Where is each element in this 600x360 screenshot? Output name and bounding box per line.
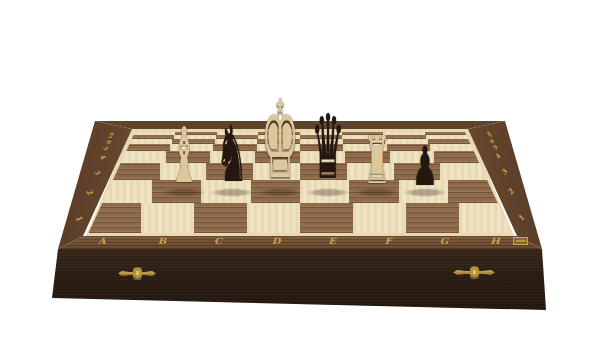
file-label-d: D	[272, 237, 281, 246]
board-rank-2	[102, 180, 497, 203]
square-a5	[126, 144, 169, 151]
square-h8	[425, 132, 467, 135]
board-rank-4	[121, 151, 480, 163]
square-g3	[394, 163, 441, 180]
square-f1	[353, 203, 406, 233]
brand-plaque	[513, 237, 528, 245]
board-rank-6	[130, 139, 471, 144]
square-g7	[384, 135, 426, 139]
square-c3	[206, 163, 253, 180]
square-c1	[194, 203, 247, 233]
square-h1	[459, 203, 512, 233]
square-d8	[258, 132, 300, 135]
square-f4	[345, 151, 390, 163]
square-h6	[428, 139, 471, 144]
square-b5	[170, 144, 213, 151]
board-rank-1	[89, 203, 512, 233]
file-label-e: E	[328, 237, 336, 246]
square-d4	[255, 151, 300, 163]
file-label-c: C	[214, 237, 222, 246]
square-d2	[251, 180, 300, 203]
square-e6	[300, 139, 343, 144]
square-e8	[300, 132, 342, 135]
file-label-h: H	[490, 237, 499, 246]
board-rank-7	[132, 135, 468, 139]
brass-clasp-icon	[118, 266, 156, 281]
square-b4	[166, 151, 211, 163]
square-g1	[406, 203, 459, 233]
square-h5	[430, 144, 473, 151]
square-g4	[390, 151, 435, 163]
square-b8	[175, 132, 217, 135]
square-d5	[257, 144, 300, 151]
square-e3	[300, 163, 347, 180]
square-e7	[300, 135, 342, 139]
square-c6	[215, 139, 258, 144]
square-b1	[141, 203, 194, 233]
square-g2	[399, 180, 448, 203]
square-g6	[385, 139, 428, 144]
square-g8	[383, 132, 425, 135]
file-label-a: A	[98, 237, 106, 246]
square-b7	[174, 135, 216, 139]
board-rank-3	[113, 163, 487, 180]
square-b6	[172, 139, 215, 144]
square-c4	[210, 151, 255, 163]
square-e5	[300, 144, 343, 151]
square-f8	[342, 132, 384, 135]
board-frame-back	[95, 121, 505, 129]
file-label-f: F	[384, 237, 391, 246]
square-c7	[216, 135, 258, 139]
square-e1	[300, 203, 353, 233]
square-c5	[213, 144, 256, 151]
file-label-g: G	[440, 237, 449, 246]
square-h7	[426, 135, 468, 139]
square-f3	[347, 163, 394, 180]
square-h3	[440, 163, 487, 180]
square-a4	[121, 151, 166, 163]
chess-set-photo: ABCDEFGH1122334455667788 ♝♞♚♛♜♟	[0, 0, 600, 360]
square-e2	[300, 180, 349, 203]
square-f7	[342, 135, 384, 139]
square-a2	[102, 180, 151, 203]
square-b2	[152, 180, 201, 203]
square-f2	[349, 180, 398, 203]
square-f6	[343, 139, 386, 144]
square-a3	[113, 163, 160, 180]
square-e4	[300, 151, 345, 163]
brass-clasp-icon	[453, 265, 495, 280]
square-d6	[257, 139, 300, 144]
square-c2	[201, 180, 250, 203]
square-d7	[258, 135, 300, 139]
square-b3	[160, 163, 207, 180]
square-c8	[217, 132, 259, 135]
square-a1	[89, 203, 142, 233]
square-a6	[130, 139, 173, 144]
square-h4	[434, 151, 479, 163]
square-d1	[247, 203, 300, 233]
square-h2	[448, 180, 497, 203]
square-a7	[132, 135, 174, 139]
square-f5	[343, 144, 386, 151]
square-g5	[387, 144, 430, 151]
board-rank-5	[126, 144, 474, 151]
board-frame-front	[58, 236, 542, 249]
square-d3	[253, 163, 300, 180]
square-a8	[134, 132, 176, 135]
file-label-b: B	[158, 237, 166, 246]
board-rank-8	[134, 132, 467, 135]
